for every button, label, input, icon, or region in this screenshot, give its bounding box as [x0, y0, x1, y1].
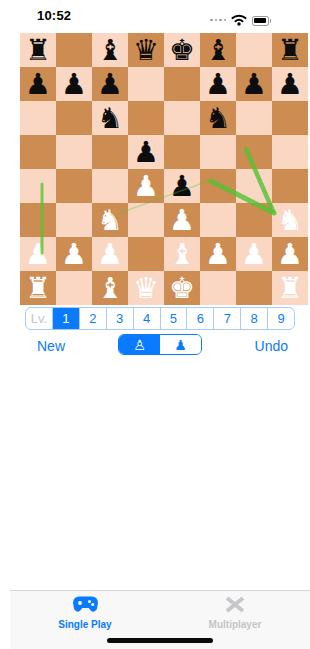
square-a4[interactable]	[20, 169, 56, 203]
white-pawn[interactable]: ♟	[56, 237, 92, 271]
white-pawn-icon: ♙	[133, 338, 146, 352]
square-a1[interactable]: ♜	[20, 271, 56, 305]
black-bishop[interactable]: ♝	[200, 33, 236, 67]
level-2[interactable]: 2	[79, 308, 106, 329]
square-h7[interactable]: ♟	[272, 67, 308, 101]
black-pawn[interactable]: ♟	[164, 169, 200, 203]
level-9[interactable]: 9	[267, 308, 294, 329]
square-f3[interactable]	[200, 203, 236, 237]
tab-label: Single Play	[58, 619, 111, 630]
cellular-signal-icon	[210, 19, 226, 24]
black-knight[interactable]: ♞	[200, 101, 236, 135]
black-rook[interactable]: ♜	[272, 33, 308, 67]
white-queen[interactable]: ♛	[128, 271, 164, 305]
level-8[interactable]: 8	[240, 308, 267, 329]
black-king[interactable]: ♚	[164, 33, 200, 67]
x-icon	[223, 596, 247, 617]
square-h6[interactable]	[272, 101, 308, 135]
black-pawn[interactable]: ♟	[236, 67, 272, 101]
white-pawn[interactable]: ♟	[272, 237, 308, 271]
square-a5[interactable]	[20, 135, 56, 169]
white-pawn[interactable]: ♟	[164, 203, 200, 237]
square-g3[interactable]	[236, 203, 272, 237]
square-a7[interactable]: ♟	[20, 67, 56, 101]
black-pawn[interactable]: ♟	[20, 67, 56, 101]
white-pawn[interactable]: ♟	[128, 169, 164, 203]
square-g2[interactable]: ♟	[236, 237, 272, 271]
square-a2[interactable]: ♟	[20, 237, 56, 271]
white-knight[interactable]: ♞	[92, 203, 128, 237]
black-pawn[interactable]: ♟	[128, 135, 164, 169]
white-rook[interactable]: ♜	[272, 271, 308, 305]
square-h2[interactable]: ♟	[272, 237, 308, 271]
square-d4[interactable]: ♟	[128, 169, 164, 203]
square-c8[interactable]: ♝	[92, 33, 128, 67]
square-b2[interactable]: ♟	[56, 237, 92, 271]
level-6[interactable]: 6	[186, 308, 213, 329]
square-e2[interactable]: ♝	[164, 237, 200, 271]
side-toggle[interactable]: ♙ ♟	[118, 334, 202, 355]
app-screen: 10:52 ♜♝♛♚♝♜♟♟♟♟♟♟♞♞♟♟♟♞♟♞♟♟♟♝♟♟♟♜♝♛♚♜ L…	[10, 0, 310, 649]
square-e1[interactable]: ♚	[164, 271, 200, 305]
black-knight[interactable]: ♞	[92, 101, 128, 135]
square-d5[interactable]: ♟	[128, 135, 164, 169]
game-controls: New ♙ ♟ Undo	[10, 333, 310, 359]
black-pawn[interactable]: ♟	[200, 67, 236, 101]
square-c2[interactable]: ♟	[92, 237, 128, 271]
white-rook[interactable]: ♜	[20, 271, 56, 305]
white-bishop[interactable]: ♝	[164, 237, 200, 271]
black-side-option[interactable]: ♟	[160, 335, 201, 354]
level-label: Lv.	[26, 308, 52, 329]
white-knight[interactable]: ♞	[272, 203, 308, 237]
square-h3[interactable]: ♞	[272, 203, 308, 237]
chess-board[interactable]: ♜♝♛♚♝♜♟♟♟♟♟♟♞♞♟♟♟♞♟♞♟♟♟♝♟♟♟♜♝♛♚♜	[20, 33, 308, 305]
square-h4[interactable]	[272, 169, 308, 203]
tab-label: Multiplayer	[209, 619, 262, 630]
square-c4[interactable]	[92, 169, 128, 203]
square-g6[interactable]	[236, 101, 272, 135]
white-bishop[interactable]: ♝	[92, 271, 128, 305]
square-f4[interactable]	[200, 169, 236, 203]
square-e7[interactable]	[164, 67, 200, 101]
square-c1[interactable]: ♝	[92, 271, 128, 305]
level-5[interactable]: 5	[160, 308, 187, 329]
square-d3[interactable]	[128, 203, 164, 237]
square-d1[interactable]: ♛	[128, 271, 164, 305]
undo-button[interactable]: Undo	[255, 338, 288, 354]
square-g8[interactable]	[236, 33, 272, 67]
square-e4[interactable]: ♟	[164, 169, 200, 203]
level-3[interactable]: 3	[106, 308, 133, 329]
square-a6[interactable]	[20, 101, 56, 135]
square-f1[interactable]	[200, 271, 236, 305]
square-f8[interactable]: ♝	[200, 33, 236, 67]
square-d7[interactable]	[128, 67, 164, 101]
square-d6[interactable]	[128, 101, 164, 135]
black-pawn-icon: ♟	[174, 338, 187, 352]
tab-bar: Single Play Multiplayer	[10, 590, 310, 649]
white-pawn[interactable]: ♟	[92, 237, 128, 271]
square-b6[interactable]	[56, 101, 92, 135]
white-king[interactable]: ♚	[164, 271, 200, 305]
square-f7[interactable]: ♟	[200, 67, 236, 101]
new-game-button[interactable]: New	[37, 338, 65, 354]
square-a8[interactable]: ♜	[20, 33, 56, 67]
square-b5[interactable]	[56, 135, 92, 169]
square-e8[interactable]: ♚	[164, 33, 200, 67]
level-selector[interactable]: Lv.123456789	[25, 307, 295, 330]
square-d8[interactable]: ♛	[128, 33, 164, 67]
chess-board-area: ♜♝♛♚♝♜♟♟♟♟♟♟♞♞♟♟♟♞♟♞♟♟♟♝♟♟♟♜♝♛♚♜	[20, 33, 308, 305]
square-f2[interactable]: ♟	[200, 237, 236, 271]
black-queen[interactable]: ♛	[128, 33, 164, 67]
square-g4[interactable]	[236, 169, 272, 203]
status-bar: 10:52	[10, 0, 310, 33]
square-h5[interactable]	[272, 135, 308, 169]
square-b7[interactable]: ♟	[56, 67, 92, 101]
square-b8[interactable]	[56, 33, 92, 67]
square-h8[interactable]: ♜	[272, 33, 308, 67]
gamepad-icon	[72, 596, 99, 617]
white-pawn[interactable]: ♟	[200, 237, 236, 271]
square-b3[interactable]	[56, 203, 92, 237]
square-d2[interactable]	[128, 237, 164, 271]
square-g7[interactable]: ♟	[236, 67, 272, 101]
square-g5[interactable]	[236, 135, 272, 169]
square-g1[interactable]	[236, 271, 272, 305]
square-b1[interactable]	[56, 271, 92, 305]
level-7[interactable]: 7	[213, 308, 240, 329]
white-pawn[interactable]: ♟	[236, 237, 272, 271]
white-side-option[interactable]: ♙	[119, 335, 160, 354]
square-e5[interactable]	[164, 135, 200, 169]
level-4[interactable]: 4	[133, 308, 160, 329]
black-pawn[interactable]: ♟	[92, 67, 128, 101]
home-indicator[interactable]	[107, 638, 213, 643]
black-pawn[interactable]: ♟	[56, 67, 92, 101]
square-c7[interactable]: ♟	[92, 67, 128, 101]
square-e3[interactable]: ♟	[164, 203, 200, 237]
black-rook[interactable]: ♜	[20, 33, 56, 67]
square-a3[interactable]	[20, 203, 56, 237]
black-bishop[interactable]: ♝	[92, 33, 128, 67]
square-f6[interactable]: ♞	[200, 101, 236, 135]
status-icons	[210, 12, 272, 30]
clock: 10:52	[37, 8, 71, 23]
battery-icon	[252, 16, 272, 26]
white-pawn[interactable]: ♟	[20, 237, 56, 271]
black-pawn[interactable]: ♟	[272, 67, 308, 101]
square-c3[interactable]: ♞	[92, 203, 128, 237]
level-1-selected[interactable]: 1	[52, 308, 79, 329]
wifi-icon	[231, 12, 247, 30]
square-e6[interactable]	[164, 101, 200, 135]
square-c6[interactable]: ♞	[92, 101, 128, 135]
square-f5[interactable]	[200, 135, 236, 169]
square-h1[interactable]: ♜	[272, 271, 308, 305]
square-b4[interactable]	[56, 169, 92, 203]
square-c5[interactable]	[92, 135, 128, 169]
